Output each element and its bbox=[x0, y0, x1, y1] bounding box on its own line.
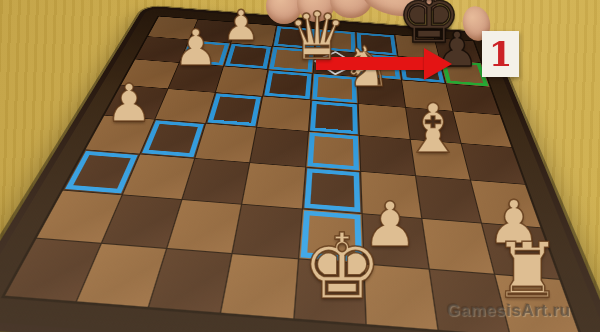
chess-app-screenshot: ♚♟♟♟♛♞♟♝♟♟♜♚ 1 GamesisArt.ru bbox=[0, 0, 600, 332]
square-d1[interactable] bbox=[222, 254, 298, 318]
piece-white-king-e1[interactable]: ♚ bbox=[302, 222, 383, 312]
square-d3[interactable] bbox=[243, 163, 305, 208]
move-number-text: 1 bbox=[489, 34, 513, 74]
square-e5[interactable] bbox=[309, 100, 359, 134]
piece-white-rook-g1[interactable]: ♜ bbox=[493, 233, 561, 309]
piece-white-pawn-c8[interactable]: ♟ bbox=[222, 5, 260, 47]
watermark: GamesisArt.ru bbox=[447, 301, 571, 321]
piece-black-pawn-h7[interactable]: ♟ bbox=[435, 25, 478, 73]
square-c6[interactable] bbox=[216, 67, 268, 97]
square-c4[interactable] bbox=[196, 123, 257, 162]
piece-white-knight-f6[interactable]: ♞ bbox=[341, 39, 391, 95]
piece-white-bishop-g4[interactable]: ♝ bbox=[403, 95, 464, 163]
square-d5[interactable] bbox=[258, 97, 310, 131]
square-c3[interactable] bbox=[183, 159, 250, 204]
move-number-label: 1 bbox=[482, 31, 519, 77]
square-c5[interactable] bbox=[207, 93, 263, 127]
square-e4[interactable] bbox=[306, 131, 360, 170]
piece-white-pawn-b7[interactable]: ♟ bbox=[174, 23, 219, 73]
piece-white-queen-e7[interactable]: ♛ bbox=[287, 4, 346, 70]
square-e3[interactable] bbox=[303, 167, 362, 213]
square-d2[interactable] bbox=[233, 205, 301, 259]
piece-white-pawn-a5[interactable]: ♟ bbox=[106, 77, 153, 129]
square-d4[interactable] bbox=[251, 127, 308, 166]
